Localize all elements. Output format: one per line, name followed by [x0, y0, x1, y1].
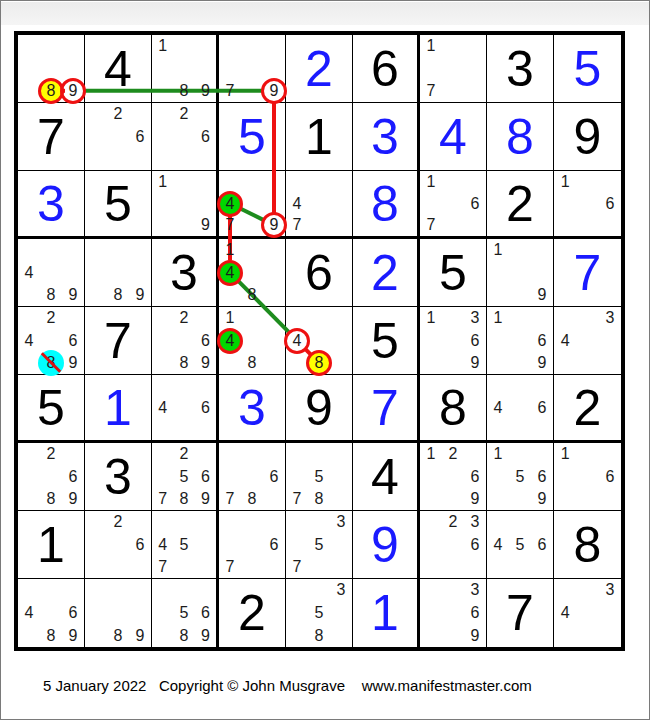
candidate-9: 9 [462, 486, 488, 512]
candidate-1: 1 [485, 305, 511, 331]
cell-r1c8[interactable]: 3 [487, 35, 554, 103]
solved-digit: 8 [353, 171, 417, 236]
cell-r3c9[interactable]: 16 [554, 171, 621, 239]
cell-r2c1[interactable]: 7 [18, 103, 85, 171]
cell-r4c3[interactable]: 3 [152, 239, 219, 307]
footer-credit: 5 January 2022 Copyright © John Musgrave… [1, 677, 649, 694]
candidate-9: 9 [127, 623, 153, 649]
cell-r3c6[interactable]: 8 [353, 171, 420, 239]
cell-r1c6[interactable]: 6 [353, 35, 420, 103]
cell-r6c2[interactable]: 1 [85, 375, 152, 443]
candidate-4: 4 [150, 395, 176, 421]
cell-r2c8[interactable]: 8 [487, 103, 554, 171]
cell-r4c1[interactable]: 489 [18, 239, 85, 307]
candidate-1: 1 [485, 237, 511, 263]
given-digit: 1 [18, 511, 84, 578]
given-digit: 9 [286, 375, 352, 440]
given-digit: 2 [219, 579, 285, 647]
cell-r7c6[interactable]: 4 [353, 443, 420, 511]
candidate-6: 6 [529, 395, 555, 421]
solved-digit: 2 [353, 239, 417, 306]
candidate-7: 7 [284, 554, 310, 580]
candidate-6: 6 [529, 532, 555, 558]
cell-r1c5[interactable]: 2 [286, 35, 353, 103]
given-digit: 4 [353, 443, 417, 510]
candidate-9: 9 [462, 350, 488, 376]
given-digit: 5 [353, 307, 417, 374]
candidate-1: 1 [150, 33, 176, 59]
cell-r8c3[interactable]: 457 [152, 511, 219, 579]
given-digit: 2 [554, 375, 621, 440]
cell-r6c4[interactable]: 3 [219, 375, 286, 443]
cell-r5c5[interactable]: 48 [286, 307, 353, 375]
cell-r7c1[interactable]: 2689 [18, 443, 85, 511]
given-digit: 3 [487, 35, 553, 102]
cell-r8c4[interactable]: 67 [219, 511, 286, 579]
given-digit: 7 [18, 103, 84, 170]
candidate-9: 9 [462, 623, 488, 649]
cell-r8c7[interactable]: 236 [420, 511, 487, 579]
cell-r2c4[interactable]: 5 [219, 103, 286, 171]
cell-r3c5[interactable]: 47 [286, 171, 353, 239]
candidate-4-marked-red: 4 [284, 328, 310, 354]
cell-r2c3[interactable]: 26 [152, 103, 219, 171]
cell-r6c6[interactable]: 7 [353, 375, 420, 443]
candidate-8: 8 [239, 282, 265, 308]
candidate-7: 7 [217, 554, 243, 580]
cell-r8c9[interactable]: 8 [554, 511, 621, 579]
solved-digit: 7 [554, 239, 621, 306]
solved-digit: 1 [353, 579, 417, 647]
solved-digit: 7 [353, 375, 417, 440]
candidate-9: 9 [60, 486, 86, 512]
window-top-bar [1, 2, 649, 25]
cell-r7c5[interactable]: 578 [286, 443, 353, 511]
given-digit: 6 [353, 35, 417, 102]
cell-r5c9[interactable]: 34 [554, 307, 621, 375]
cell-r4c2[interactable]: 89 [85, 239, 152, 307]
candidate-4: 4 [485, 395, 511, 421]
candidate-9: 9 [192, 350, 218, 376]
given-digit: 8 [554, 511, 621, 578]
candidate-7: 7 [284, 212, 310, 238]
solved-digit: 2 [286, 35, 352, 102]
candidate-8-marked-yellow: 8 [306, 350, 332, 376]
candidate-7: 7 [150, 554, 176, 580]
candidate-4: 4 [552, 600, 578, 626]
candidate-9: 9 [529, 282, 555, 308]
candidate-9: 9 [529, 486, 555, 512]
solved-digit: 9 [353, 511, 417, 578]
candidate-9: 9 [192, 212, 218, 238]
cell-r1c1[interactable]: 89 [18, 35, 85, 103]
candidate-9: 9 [60, 282, 86, 308]
candidate-6: 6 [127, 124, 153, 150]
cell-r1c2[interactable]: 4 [85, 35, 152, 103]
given-digit: 3 [152, 239, 216, 306]
solved-digit: 4 [420, 103, 486, 170]
candidate-6: 6 [597, 464, 623, 490]
cell-r9c5[interactable]: 358 [286, 579, 353, 647]
cell-r8c5[interactable]: 357 [286, 511, 353, 579]
candidate-1: 1 [552, 169, 578, 195]
cell-r7c3[interactable]: 256789 [152, 443, 219, 511]
candidate-7: 7 [217, 78, 243, 104]
cell-r1c4[interactable]: 79 [219, 35, 286, 103]
cell-r9c7[interactable]: 369 [420, 579, 487, 647]
cell-r5c4[interactable]: 148 [219, 307, 286, 375]
candidate-9-marked-red: 9 [261, 78, 287, 104]
candidate-6: 6 [597, 191, 623, 217]
candidate-1: 1 [418, 305, 444, 331]
cell-r7c4[interactable]: 678 [219, 443, 286, 511]
cell-r9c9[interactable]: 34 [554, 579, 621, 647]
candidate-9-marked-red: 9 [60, 78, 86, 104]
cell-r6c1[interactable]: 5 [18, 375, 85, 443]
candidate-1: 1 [552, 441, 578, 467]
cell-r5c6[interactable]: 5 [353, 307, 420, 375]
cell-r4c7[interactable]: 5 [420, 239, 487, 307]
given-digit: 7 [85, 307, 151, 374]
candidate-1: 1 [150, 169, 176, 195]
given-digit: 5 [85, 171, 151, 236]
cell-r2c6[interactable]: 3 [353, 103, 420, 171]
cell-r3c7[interactable]: 167 [420, 171, 487, 239]
given-digit: 8 [420, 375, 486, 440]
cell-r5c3[interactable]: 2689 [152, 307, 219, 375]
cell-r6c3[interactable]: 46 [152, 375, 219, 443]
cell-r5c7[interactable]: 1369 [420, 307, 487, 375]
cell-r9c4[interactable]: 2 [219, 579, 286, 647]
cell-r2c7[interactable]: 4 [420, 103, 487, 171]
cell-r1c7[interactable]: 17 [420, 35, 487, 103]
candidate-9: 9 [127, 282, 153, 308]
given-digit: 2 [487, 171, 553, 236]
candidate-7: 7 [418, 78, 444, 104]
cell-r4c4[interactable]: 148 [219, 239, 286, 307]
given-digit: 6 [286, 239, 352, 306]
cell-r1c9[interactable]: 5 [554, 35, 621, 103]
cell-r3c4[interactable]: 479 [219, 171, 286, 239]
candidate-1: 1 [418, 33, 444, 59]
candidate-9: 9 [60, 623, 86, 649]
cell-r5c1[interactable]: 24689 [18, 307, 85, 375]
cell-r8c8[interactable]: 456 [487, 511, 554, 579]
cell-r3c8[interactable]: 2 [487, 171, 554, 239]
cell-r7c7[interactable]: 1269 [420, 443, 487, 511]
cell-r7c8[interactable]: 1569 [487, 443, 554, 511]
cell-r8c6[interactable]: 9 [353, 511, 420, 579]
cell-r4c6[interactable]: 2 [353, 239, 420, 307]
candidate-6: 6 [462, 191, 488, 217]
given-digit: 3 [85, 443, 151, 510]
cell-r1c3[interactable]: 189 [152, 35, 219, 103]
solved-digit: 8 [487, 103, 553, 170]
given-digit: 9 [554, 103, 621, 170]
cell-r9c8[interactable]: 7 [487, 579, 554, 647]
candidate-9: 9 [529, 350, 555, 376]
cell-r9c2[interactable]: 89 [85, 579, 152, 647]
cell-r5c8[interactable]: 169 [487, 307, 554, 375]
cell-r4c9[interactable]: 7 [554, 239, 621, 307]
given-digit: 1 [286, 103, 352, 170]
cell-r8c1[interactable]: 1 [18, 511, 85, 579]
cell-r9c1[interactable]: 4689 [18, 579, 85, 647]
solved-digit: 3 [18, 171, 84, 236]
cell-r3c1[interactable]: 3 [18, 171, 85, 239]
cell-r8c2[interactable]: 26 [85, 511, 152, 579]
candidate-9: 9 [192, 78, 218, 104]
cell-r3c3[interactable]: 19 [152, 171, 219, 239]
candidate-8: 8 [239, 350, 265, 376]
candidate-3: 3 [597, 577, 623, 603]
candidate-7: 7 [217, 212, 243, 238]
solved-digit: 5 [554, 35, 621, 102]
candidate-8: 8 [239, 486, 265, 512]
given-digit: 5 [420, 239, 486, 306]
candidate-4: 4 [16, 328, 42, 354]
cell-r6c5[interactable]: 9 [286, 375, 353, 443]
cell-r4c8[interactable]: 19 [487, 239, 554, 307]
candidate-6: 6 [192, 395, 218, 421]
cell-r4c5[interactable]: 6 [286, 239, 353, 307]
candidate-8: 8 [306, 623, 332, 649]
candidate-1: 1 [418, 169, 444, 195]
cell-r6c8[interactable]: 46 [487, 375, 554, 443]
candidate-7: 7 [418, 212, 444, 238]
cell-r7c2[interactable]: 3 [85, 443, 152, 511]
solved-digit: 3 [219, 375, 285, 440]
given-digit: 5 [18, 375, 84, 440]
candidate-6: 6 [192, 124, 218, 150]
candidate-9: 9 [60, 350, 86, 376]
candidate-4: 4 [552, 328, 578, 354]
sudoku-diagram-page: 8941897926173572626513489351947947816721… [0, 0, 650, 720]
candidate-3: 3 [597, 305, 623, 331]
solved-digit: 3 [353, 103, 417, 170]
given-digit: 7 [487, 579, 553, 647]
sudoku-board: 8941897926173572626513489351947947816721… [14, 31, 625, 651]
given-digit: 4 [85, 35, 151, 102]
cell-r5c2[interactable]: 7 [85, 307, 152, 375]
solved-digit: 1 [85, 375, 151, 440]
candidate-8: 8 [306, 486, 332, 512]
cell-r2c9[interactable]: 9 [554, 103, 621, 171]
cell-r2c2[interactable]: 26 [85, 103, 152, 171]
candidate-9: 9 [192, 486, 218, 512]
cell-r3c2[interactable]: 5 [85, 171, 152, 239]
cell-r9c3[interactable]: 5689 [152, 579, 219, 647]
cell-r2c5[interactable]: 1 [286, 103, 353, 171]
cell-r6c9[interactable]: 2 [554, 375, 621, 443]
cell-r7c9[interactable]: 16 [554, 443, 621, 511]
solved-digit: 5 [219, 103, 285, 170]
cell-r6c7[interactable]: 8 [420, 375, 487, 443]
cell-r9c6[interactable]: 1 [353, 579, 420, 647]
candidate-9: 9 [192, 623, 218, 649]
